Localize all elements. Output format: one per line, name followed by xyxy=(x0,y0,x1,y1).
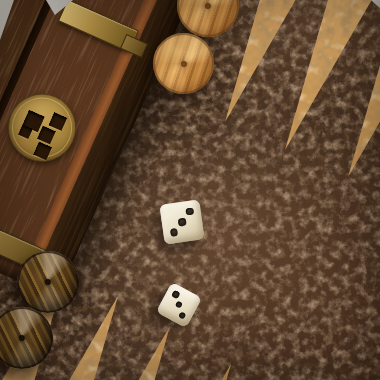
die-pip xyxy=(171,290,180,299)
die-pip xyxy=(178,218,187,227)
light-checker-2[interactable] xyxy=(153,33,214,94)
die-1[interactable] xyxy=(159,199,204,244)
medallion-cutout xyxy=(33,142,51,160)
dark-checker-1[interactable] xyxy=(17,251,79,313)
die-pip xyxy=(175,301,184,310)
die-pip xyxy=(170,228,179,237)
medallion-cutout xyxy=(49,112,67,130)
die-pip xyxy=(186,207,195,216)
backgammon-photo-scene xyxy=(0,0,380,380)
die-pip xyxy=(178,311,187,320)
